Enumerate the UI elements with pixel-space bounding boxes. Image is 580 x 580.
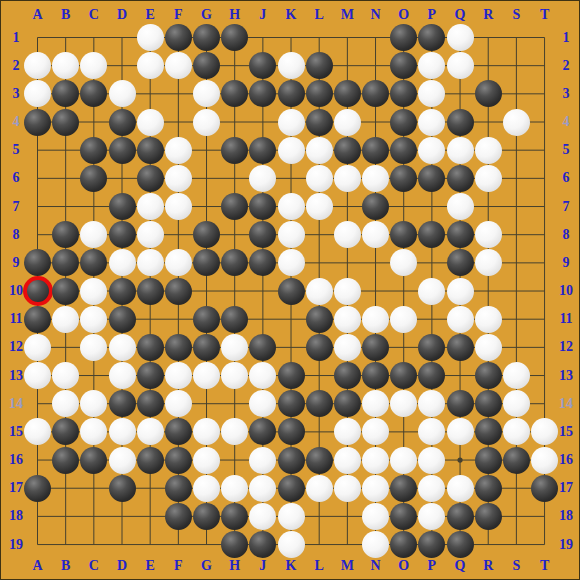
stone-black-D4[interactable] — [109, 109, 136, 136]
row-label-right-1: 1 — [563, 31, 570, 45]
star-point — [457, 457, 462, 462]
col-label-top-H: H — [229, 8, 240, 22]
col-label-top-Q: Q — [455, 8, 466, 22]
col-label-bottom-O: O — [398, 559, 409, 573]
row-label-right-13: 13 — [559, 369, 573, 383]
stone-marked-last-move-A10[interactable] — [24, 278, 51, 305]
stone-white-G4[interactable] — [193, 109, 220, 136]
stone-white-N17[interactable] — [362, 475, 389, 502]
col-label-bottom-G: G — [201, 559, 212, 573]
stone-white-H17[interactable] — [221, 475, 248, 502]
stone-black-D7[interactable] — [109, 193, 136, 220]
row-label-left-1: 1 — [13, 31, 20, 45]
stone-black-F18[interactable] — [165, 503, 192, 530]
row-label-left-13: 13 — [9, 369, 23, 383]
stone-black-K17[interactable] — [278, 475, 305, 502]
stone-black-O5[interactable] — [390, 137, 417, 164]
row-label-right-18: 18 — [559, 509, 573, 523]
stone-white-R8[interactable] — [475, 221, 502, 248]
col-label-top-G: G — [201, 8, 212, 22]
row-label-left-16: 16 — [9, 453, 23, 467]
stone-white-P10[interactable] — [418, 278, 445, 305]
col-label-bottom-L: L — [315, 559, 324, 573]
row-label-right-6: 6 — [563, 171, 570, 185]
stone-black-G18[interactable] — [193, 503, 220, 530]
stone-white-C12[interactable] — [80, 334, 107, 361]
stone-black-D11[interactable] — [109, 306, 136, 333]
row-label-right-15: 15 — [559, 425, 573, 439]
col-label-top-P: P — [428, 8, 437, 22]
stone-white-A2[interactable] — [24, 52, 51, 79]
stone-white-E8[interactable] — [137, 221, 164, 248]
stone-white-Q15[interactable] — [447, 418, 474, 445]
col-label-bottom-T: T — [540, 559, 549, 573]
stone-black-L3[interactable] — [306, 80, 333, 107]
stone-white-O11[interactable] — [390, 306, 417, 333]
stone-white-F13[interactable] — [165, 362, 192, 389]
stone-white-K18[interactable] — [278, 503, 305, 530]
stone-white-E2[interactable] — [137, 52, 164, 79]
stone-black-B16[interactable] — [52, 447, 79, 474]
stone-white-S13[interactable] — [503, 362, 530, 389]
col-label-top-D: D — [117, 8, 127, 22]
stone-black-Q14[interactable] — [447, 390, 474, 417]
stone-black-G1[interactable] — [193, 24, 220, 51]
stone-black-J5[interactable] — [249, 137, 276, 164]
stone-black-B4[interactable] — [52, 109, 79, 136]
stone-white-M8[interactable] — [334, 221, 361, 248]
stone-black-Q12[interactable] — [447, 334, 474, 361]
stone-black-M3[interactable] — [334, 80, 361, 107]
stone-black-H1[interactable] — [221, 24, 248, 51]
row-label-left-9: 9 — [13, 256, 20, 270]
stone-white-K4[interactable] — [278, 109, 305, 136]
stone-white-F14[interactable] — [165, 390, 192, 417]
row-label-right-5: 5 — [563, 143, 570, 157]
col-label-top-B: B — [61, 8, 70, 22]
col-label-top-L: L — [315, 8, 324, 22]
stone-black-H11[interactable] — [221, 306, 248, 333]
stone-black-E13[interactable] — [137, 362, 164, 389]
stone-black-Q18[interactable] — [447, 503, 474, 530]
stone-white-Q2[interactable] — [447, 52, 474, 79]
stone-white-R6[interactable] — [475, 165, 502, 192]
col-label-top-S: S — [512, 8, 520, 22]
row-label-right-16: 16 — [559, 453, 573, 467]
row-label-right-4: 4 — [563, 115, 570, 129]
row-label-left-19: 19 — [9, 538, 23, 552]
stone-black-K14[interactable] — [278, 390, 305, 417]
stone-black-R14[interactable] — [475, 390, 502, 417]
stone-white-A12[interactable] — [24, 334, 51, 361]
stone-white-E1[interactable] — [137, 24, 164, 51]
stone-white-D12[interactable] — [109, 334, 136, 361]
stone-white-A13[interactable] — [24, 362, 51, 389]
stone-black-N7[interactable] — [362, 193, 389, 220]
stone-black-E5[interactable] — [137, 137, 164, 164]
stone-white-E7[interactable] — [137, 193, 164, 220]
stone-white-M6[interactable] — [334, 165, 361, 192]
stone-white-L5[interactable] — [306, 137, 333, 164]
stone-black-S16[interactable] — [503, 447, 530, 474]
stone-black-D14[interactable] — [109, 390, 136, 417]
stone-white-N19[interactable] — [362, 531, 389, 558]
stone-black-D5[interactable] — [109, 137, 136, 164]
stone-black-C16[interactable] — [80, 447, 107, 474]
stone-white-F9[interactable] — [165, 249, 192, 276]
stone-white-M16[interactable] — [334, 447, 361, 474]
col-label-bottom-D: D — [117, 559, 127, 573]
col-label-bottom-J: J — [259, 559, 266, 573]
stone-white-E9[interactable] — [137, 249, 164, 276]
row-label-left-12: 12 — [9, 340, 23, 354]
stone-white-D15[interactable] — [109, 418, 136, 445]
row-label-right-2: 2 — [563, 59, 570, 73]
stone-white-R11[interactable] — [475, 306, 502, 333]
stone-black-F16[interactable] — [165, 447, 192, 474]
stone-white-P4[interactable] — [418, 109, 445, 136]
stone-white-B13[interactable] — [52, 362, 79, 389]
stone-black-A4[interactable] — [24, 109, 51, 136]
stone-black-L11[interactable] — [306, 306, 333, 333]
stone-black-K13[interactable] — [278, 362, 305, 389]
stone-black-Q4[interactable] — [447, 109, 474, 136]
stone-white-F2[interactable] — [165, 52, 192, 79]
stone-white-Q17[interactable] — [447, 475, 474, 502]
col-label-top-C: C — [89, 8, 99, 22]
row-label-right-19: 19 — [559, 538, 573, 552]
stone-black-E12[interactable] — [137, 334, 164, 361]
stone-black-D10[interactable] — [109, 278, 136, 305]
row-label-right-3: 3 — [563, 87, 570, 101]
stone-black-L14[interactable] — [306, 390, 333, 417]
stone-white-M11[interactable] — [334, 306, 361, 333]
stone-white-M4[interactable] — [334, 109, 361, 136]
stone-white-C11[interactable] — [80, 306, 107, 333]
row-label-right-12: 12 — [559, 340, 573, 354]
stone-black-B10[interactable] — [52, 278, 79, 305]
stone-white-R12[interactable] — [475, 334, 502, 361]
row-label-right-11: 11 — [559, 312, 572, 326]
stone-white-N16[interactable] — [362, 447, 389, 474]
stone-white-L10[interactable] — [306, 278, 333, 305]
row-label-right-8: 8 — [563, 228, 570, 242]
stone-black-R17[interactable] — [475, 475, 502, 502]
stone-white-D16[interactable] — [109, 447, 136, 474]
stone-black-K15[interactable] — [278, 418, 305, 445]
stone-black-Q8[interactable] — [447, 221, 474, 248]
stone-white-K5[interactable] — [278, 137, 305, 164]
col-label-top-J: J — [259, 8, 266, 22]
stone-white-F6[interactable] — [165, 165, 192, 192]
col-label-top-A: A — [32, 8, 42, 22]
stone-white-M17[interactable] — [334, 475, 361, 502]
col-label-bottom-F: F — [174, 559, 183, 573]
stone-white-L17[interactable] — [306, 475, 333, 502]
stone-black-M13[interactable] — [334, 362, 361, 389]
col-label-bottom-B: B — [61, 559, 70, 573]
stone-white-K9[interactable] — [278, 249, 305, 276]
stone-white-S4[interactable] — [503, 109, 530, 136]
stone-white-Q11[interactable] — [447, 306, 474, 333]
col-label-bottom-Q: Q — [455, 559, 466, 573]
stone-black-F17[interactable] — [165, 475, 192, 502]
stone-white-Q5[interactable] — [447, 137, 474, 164]
col-label-bottom-H: H — [229, 559, 240, 573]
stone-black-L12[interactable] — [306, 334, 333, 361]
row-label-left-2: 2 — [13, 59, 20, 73]
stone-black-M14[interactable] — [334, 390, 361, 417]
stone-white-J6[interactable] — [249, 165, 276, 192]
stone-black-G11[interactable] — [193, 306, 220, 333]
stone-white-K8[interactable] — [278, 221, 305, 248]
row-label-left-5: 5 — [13, 143, 20, 157]
col-label-top-K: K — [286, 8, 297, 22]
stone-white-N11[interactable] — [362, 306, 389, 333]
stone-white-P17[interactable] — [418, 475, 445, 502]
stone-white-L6[interactable] — [306, 165, 333, 192]
row-label-right-10: 10 — [559, 284, 573, 298]
stone-black-A11[interactable] — [24, 306, 51, 333]
stone-white-H12[interactable] — [221, 334, 248, 361]
stone-white-M12[interactable] — [334, 334, 361, 361]
stone-black-Q19[interactable] — [447, 531, 474, 558]
col-label-top-E: E — [146, 8, 155, 22]
stone-black-G12[interactable] — [193, 334, 220, 361]
row-label-right-7: 7 — [563, 200, 570, 214]
stone-white-R9[interactable] — [475, 249, 502, 276]
col-label-bottom-P: P — [428, 559, 437, 573]
stone-white-L7[interactable] — [306, 193, 333, 220]
stone-white-C10[interactable] — [80, 278, 107, 305]
stone-white-G17[interactable] — [193, 475, 220, 502]
stone-white-D3[interactable] — [109, 80, 136, 107]
stone-black-D8[interactable] — [109, 221, 136, 248]
col-label-bottom-R: R — [483, 559, 493, 573]
row-label-right-17: 17 — [559, 481, 573, 495]
stone-black-H5[interactable] — [221, 137, 248, 164]
stone-white-T16[interactable] — [531, 447, 558, 474]
stone-white-P5[interactable] — [418, 137, 445, 164]
stone-black-K3[interactable] — [278, 80, 305, 107]
stone-white-S14[interactable] — [503, 390, 530, 417]
stone-black-Q9[interactable] — [447, 249, 474, 276]
stone-white-K7[interactable] — [278, 193, 305, 220]
col-label-bottom-N: N — [370, 559, 380, 573]
stone-black-C5[interactable] — [80, 137, 107, 164]
stone-black-E10[interactable] — [137, 278, 164, 305]
stone-black-O18[interactable] — [390, 503, 417, 530]
stone-black-A17[interactable] — [24, 475, 51, 502]
stone-black-K10[interactable] — [278, 278, 305, 305]
stone-black-L4[interactable] — [306, 109, 333, 136]
stone-white-F7[interactable] — [165, 193, 192, 220]
row-label-left-8: 8 — [13, 228, 20, 242]
stone-black-G8[interactable] — [193, 221, 220, 248]
col-label-bottom-M: M — [341, 559, 354, 573]
col-label-top-R: R — [483, 8, 493, 22]
stone-white-G16[interactable] — [193, 447, 220, 474]
row-label-right-14: 14 — [559, 397, 573, 411]
row-label-left-14: 14 — [9, 397, 23, 411]
stone-black-Q6[interactable] — [447, 165, 474, 192]
col-label-bottom-C: C — [89, 559, 99, 573]
stone-black-O17[interactable] — [390, 475, 417, 502]
col-label-top-M: M — [341, 8, 354, 22]
row-label-left-18: 18 — [9, 509, 23, 523]
stone-black-H18[interactable] — [221, 503, 248, 530]
stone-white-N18[interactable] — [362, 503, 389, 530]
stone-black-G2[interactable] — [193, 52, 220, 79]
stone-white-J17[interactable] — [249, 475, 276, 502]
stone-black-R13[interactable] — [475, 362, 502, 389]
stone-black-N12[interactable] — [362, 334, 389, 361]
stone-white-O16[interactable] — [390, 447, 417, 474]
col-label-top-F: F — [174, 8, 183, 22]
col-label-top-T: T — [540, 8, 549, 22]
stone-black-E14[interactable] — [137, 390, 164, 417]
stone-black-N5[interactable] — [362, 137, 389, 164]
stone-black-O4[interactable] — [390, 109, 417, 136]
stone-black-C6[interactable] — [80, 165, 107, 192]
stone-black-O1[interactable] — [390, 24, 417, 51]
stone-black-F1[interactable] — [165, 24, 192, 51]
stone-white-E15[interactable] — [137, 418, 164, 445]
stone-white-Q10[interactable] — [447, 278, 474, 305]
row-label-left-6: 6 — [13, 171, 20, 185]
stone-black-N13[interactable] — [362, 362, 389, 389]
stone-white-J16[interactable] — [249, 447, 276, 474]
stone-black-R15[interactable] — [475, 418, 502, 445]
row-label-left-10: 10 — [9, 284, 23, 298]
stone-white-Q7[interactable] — [447, 193, 474, 220]
stone-white-D13[interactable] — [109, 362, 136, 389]
col-label-bottom-E: E — [146, 559, 155, 573]
row-label-left-15: 15 — [9, 425, 23, 439]
stone-black-K16[interactable] — [278, 447, 305, 474]
stone-black-O6[interactable] — [390, 165, 417, 192]
col-label-bottom-A: A — [32, 559, 42, 573]
stone-black-R16[interactable] — [475, 447, 502, 474]
col-label-bottom-S: S — [512, 559, 520, 573]
stone-black-F10[interactable] — [165, 278, 192, 305]
row-label-left-7: 7 — [13, 200, 20, 214]
row-label-right-9: 9 — [563, 256, 570, 270]
stone-black-F12[interactable] — [165, 334, 192, 361]
stone-black-E16[interactable] — [137, 447, 164, 474]
stone-black-M5[interactable] — [334, 137, 361, 164]
stone-black-R3[interactable] — [475, 80, 502, 107]
stone-black-D17[interactable] — [109, 475, 136, 502]
stone-black-R18[interactable] — [475, 503, 502, 530]
col-label-top-O: O — [398, 8, 409, 22]
stone-black-L16[interactable] — [306, 447, 333, 474]
stone-black-L2[interactable] — [306, 52, 333, 79]
stone-white-B11[interactable] — [52, 306, 79, 333]
stone-black-T17[interactable] — [531, 475, 558, 502]
stone-black-E6[interactable] — [137, 165, 164, 192]
stone-white-K19[interactable] — [278, 531, 305, 558]
stone-white-M10[interactable] — [334, 278, 361, 305]
row-label-left-11: 11 — [9, 312, 22, 326]
col-label-bottom-K: K — [286, 559, 297, 573]
row-label-left-4: 4 — [13, 115, 20, 129]
stone-white-F5[interactable] — [165, 137, 192, 164]
go-board: AABBCCDDEEFFGGHHJJKKLLMMNNOOPPQQRRSSTT11… — [0, 0, 580, 580]
stone-black-H7[interactable] — [221, 193, 248, 220]
row-label-left-17: 17 — [9, 481, 23, 495]
stone-white-R5[interactable] — [475, 137, 502, 164]
stone-white-K2[interactable] — [278, 52, 305, 79]
row-label-left-3: 3 — [13, 87, 20, 101]
stone-white-G13[interactable] — [193, 362, 220, 389]
stone-white-D9[interactable] — [109, 249, 136, 276]
col-label-top-N: N — [370, 8, 380, 22]
stone-white-N6[interactable] — [362, 165, 389, 192]
stone-white-E4[interactable] — [137, 109, 164, 136]
stone-white-Q1[interactable] — [447, 24, 474, 51]
stone-white-P16[interactable] — [418, 447, 445, 474]
